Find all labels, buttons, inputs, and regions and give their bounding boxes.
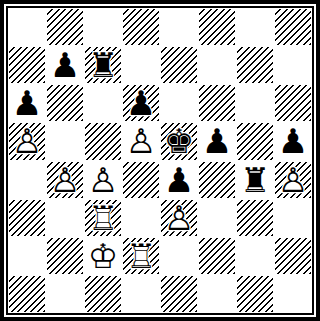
square-h7[interactable] bbox=[274, 46, 312, 84]
piece-black-pawn: ♟♟ bbox=[198, 122, 236, 160]
square-c1[interactable] bbox=[84, 275, 122, 313]
square-e4[interactable]: ♟♟ bbox=[160, 161, 198, 199]
square-d2[interactable]: ♜♖ bbox=[122, 237, 160, 275]
square-c4[interactable]: ♟♙ bbox=[84, 161, 122, 199]
square-b8[interactable] bbox=[46, 8, 84, 46]
square-f2[interactable] bbox=[198, 237, 236, 275]
piece-black-king: ♚♚ bbox=[160, 122, 198, 160]
square-f4[interactable] bbox=[198, 161, 236, 199]
square-c2[interactable]: ♚♔ bbox=[84, 237, 122, 275]
square-d7[interactable] bbox=[122, 46, 160, 84]
square-e3[interactable]: ♟♙ bbox=[160, 199, 198, 237]
square-a3[interactable] bbox=[8, 199, 46, 237]
square-d6[interactable]: ♟♟ bbox=[122, 84, 160, 122]
square-b1[interactable] bbox=[46, 275, 84, 313]
square-b2[interactable] bbox=[46, 237, 84, 275]
square-g1[interactable] bbox=[236, 275, 274, 313]
square-b6[interactable] bbox=[46, 84, 84, 122]
piece-black-rook: ♜♜ bbox=[236, 161, 274, 199]
square-d4[interactable] bbox=[122, 161, 160, 199]
piece-white-king: ♚♔ bbox=[84, 237, 122, 275]
square-a6[interactable]: ♟♟ bbox=[8, 84, 46, 122]
piece-black-pawn: ♟♟ bbox=[160, 161, 198, 199]
piece-glyph: ♖ bbox=[84, 199, 122, 237]
piece-black-pawn: ♟♟ bbox=[274, 122, 312, 160]
piece-glyph: ♙ bbox=[122, 122, 160, 160]
square-b4[interactable]: ♟♙ bbox=[46, 161, 84, 199]
square-d1[interactable] bbox=[122, 275, 160, 313]
square-a2[interactable] bbox=[8, 237, 46, 275]
square-e1[interactable] bbox=[160, 275, 198, 313]
square-c3[interactable]: ♜♖ bbox=[84, 199, 122, 237]
square-d5[interactable]: ♟♙ bbox=[122, 122, 160, 160]
piece-glyph: ♙ bbox=[46, 161, 84, 199]
square-c8[interactable] bbox=[84, 8, 122, 46]
piece-glyph: ♙ bbox=[84, 161, 122, 199]
piece-black-pawn: ♟♟ bbox=[122, 84, 160, 122]
square-f7[interactable] bbox=[198, 46, 236, 84]
square-a5[interactable]: ♟♙ bbox=[8, 122, 46, 160]
piece-glyph: ♟ bbox=[274, 122, 312, 160]
piece-glyph: ♟ bbox=[160, 161, 198, 199]
square-d3[interactable] bbox=[122, 199, 160, 237]
piece-white-pawn: ♟♙ bbox=[122, 122, 160, 160]
square-e6[interactable] bbox=[160, 84, 198, 122]
square-c7[interactable]: ♜♜ bbox=[84, 46, 122, 84]
square-b5[interactable] bbox=[46, 122, 84, 160]
square-f1[interactable] bbox=[198, 275, 236, 313]
piece-white-pawn: ♟♙ bbox=[160, 199, 198, 237]
square-g5[interactable] bbox=[236, 122, 274, 160]
square-a8[interactable] bbox=[8, 8, 46, 46]
piece-white-rook: ♜♖ bbox=[122, 237, 160, 275]
square-g8[interactable] bbox=[236, 8, 274, 46]
piece-black-pawn: ♟♟ bbox=[46, 46, 84, 84]
square-g2[interactable] bbox=[236, 237, 274, 275]
piece-glyph: ♟ bbox=[46, 46, 84, 84]
square-a7[interactable] bbox=[8, 46, 46, 84]
piece-glyph: ♜ bbox=[236, 161, 274, 199]
piece-black-rook: ♜♜ bbox=[84, 46, 122, 84]
square-c5[interactable] bbox=[84, 122, 122, 160]
square-h2[interactable] bbox=[274, 237, 312, 275]
piece-white-pawn: ♟♙ bbox=[8, 122, 46, 160]
piece-glyph: ♖ bbox=[122, 237, 160, 275]
square-e7[interactable] bbox=[160, 46, 198, 84]
square-f8[interactable] bbox=[198, 8, 236, 46]
square-b7[interactable]: ♟♟ bbox=[46, 46, 84, 84]
square-h1[interactable] bbox=[274, 275, 312, 313]
square-e8[interactable] bbox=[160, 8, 198, 46]
square-h4[interactable]: ♟♙ bbox=[274, 161, 312, 199]
piece-glyph: ♜ bbox=[84, 46, 122, 84]
square-d8[interactable] bbox=[122, 8, 160, 46]
piece-white-pawn: ♟♙ bbox=[84, 161, 122, 199]
square-c6[interactable] bbox=[84, 84, 122, 122]
piece-glyph: ♚ bbox=[160, 122, 198, 160]
square-h5[interactable]: ♟♟ bbox=[274, 122, 312, 160]
square-f6[interactable] bbox=[198, 84, 236, 122]
piece-white-pawn: ♟♙ bbox=[274, 161, 312, 199]
square-e2[interactable] bbox=[160, 237, 198, 275]
square-f3[interactable] bbox=[198, 199, 236, 237]
square-a1[interactable] bbox=[8, 275, 46, 313]
piece-black-pawn: ♟♟ bbox=[8, 84, 46, 122]
board-inner-border: ♟♟♜♜♟♟♟♟♟♙♟♙♚♚♟♟♟♟♟♙♟♙♟♟♜♜♟♙♜♖♟♙♚♔♜♖ bbox=[6, 6, 314, 315]
square-h8[interactable] bbox=[274, 8, 312, 46]
square-h6[interactable] bbox=[274, 84, 312, 122]
square-g3[interactable] bbox=[236, 199, 274, 237]
square-a4[interactable] bbox=[8, 161, 46, 199]
piece-glyph: ♙ bbox=[160, 199, 198, 237]
square-h3[interactable] bbox=[274, 199, 312, 237]
piece-glyph: ♔ bbox=[84, 237, 122, 275]
chess-board: ♟♟♜♜♟♟♟♟♟♙♟♙♚♚♟♟♟♟♟♙♟♙♟♟♜♜♟♙♜♖♟♙♚♔♜♖ bbox=[8, 8, 312, 313]
board-frame: ♟♟♜♜♟♟♟♟♟♙♟♙♚♚♟♟♟♟♟♙♟♙♟♟♜♜♟♙♜♖♟♙♚♔♜♖ bbox=[0, 0, 320, 321]
square-b3[interactable] bbox=[46, 199, 84, 237]
square-g4[interactable]: ♜♜ bbox=[236, 161, 274, 199]
piece-white-pawn: ♟♙ bbox=[46, 161, 84, 199]
square-g7[interactable] bbox=[236, 46, 274, 84]
square-g6[interactable] bbox=[236, 84, 274, 122]
square-f5[interactable]: ♟♟ bbox=[198, 122, 236, 160]
piece-glyph: ♟ bbox=[122, 84, 160, 122]
piece-glyph: ♙ bbox=[274, 161, 312, 199]
piece-white-rook: ♜♖ bbox=[84, 199, 122, 237]
piece-glyph: ♟ bbox=[8, 84, 46, 122]
piece-glyph: ♙ bbox=[8, 122, 46, 160]
piece-glyph: ♟ bbox=[198, 122, 236, 160]
square-e5[interactable]: ♚♚ bbox=[160, 122, 198, 160]
